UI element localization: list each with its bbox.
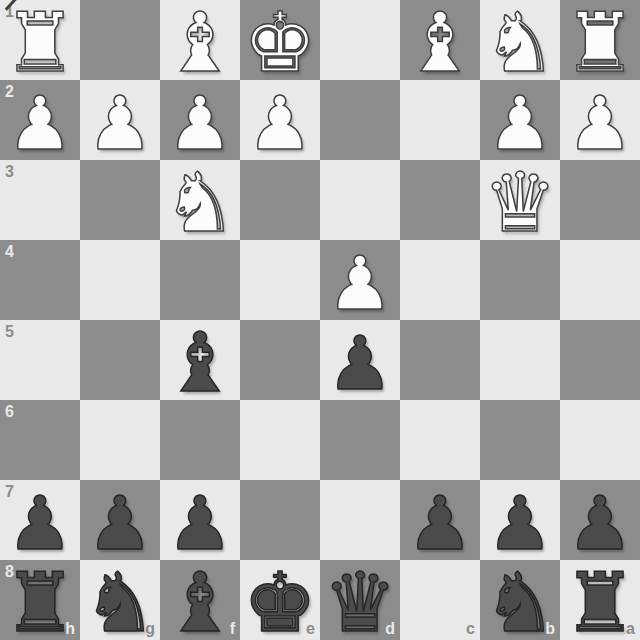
square-h2[interactable]: 2♟ (0, 80, 80, 160)
piece-white-knight[interactable]: ♞ (483, 2, 557, 84)
square-c2[interactable] (400, 80, 480, 160)
square-a4[interactable] (560, 240, 640, 320)
square-d8[interactable]: d♛ (320, 560, 400, 640)
square-b5[interactable] (480, 320, 560, 400)
piece-black-pawn[interactable]: ♟ (327, 326, 393, 400)
square-c1[interactable]: ♝ (400, 0, 480, 80)
square-b8[interactable]: b♞ (480, 560, 560, 640)
rank-label-4: 4 (5, 243, 14, 261)
square-g1[interactable] (80, 0, 160, 80)
square-f8[interactable]: f♝ (160, 560, 240, 640)
piece-white-pawn[interactable]: ♟ (167, 86, 233, 160)
square-e6[interactable] (240, 400, 320, 480)
piece-black-pawn[interactable]: ♟ (487, 486, 553, 560)
square-d2[interactable] (320, 80, 400, 160)
square-a3[interactable] (560, 160, 640, 240)
piece-white-king[interactable]: ♚ (243, 2, 317, 84)
piece-black-knight[interactable]: ♞ (83, 562, 157, 640)
square-f1[interactable]: ♝ (160, 0, 240, 80)
square-a8[interactable]: a♜ (560, 560, 640, 640)
square-b6[interactable] (480, 400, 560, 480)
file-label-c: c (466, 620, 475, 638)
square-a2[interactable]: ♟ (560, 80, 640, 160)
square-c5[interactable] (400, 320, 480, 400)
square-a5[interactable] (560, 320, 640, 400)
square-f2[interactable]: ♟ (160, 80, 240, 160)
piece-black-knight[interactable]: ♞ (483, 562, 557, 640)
square-b7[interactable]: ♟ (480, 480, 560, 560)
square-f5[interactable]: ♝ (160, 320, 240, 400)
square-d4[interactable]: ♟ (320, 240, 400, 320)
square-g4[interactable] (80, 240, 160, 320)
piece-white-queen[interactable]: ♛ (483, 162, 557, 244)
square-f4[interactable] (160, 240, 240, 320)
square-c8[interactable]: c (400, 560, 480, 640)
square-h1[interactable]: 1♜ (0, 0, 80, 80)
square-g8[interactable]: g♞ (80, 560, 160, 640)
square-b4[interactable] (480, 240, 560, 320)
square-a6[interactable] (560, 400, 640, 480)
square-c4[interactable] (400, 240, 480, 320)
square-f6[interactable] (160, 400, 240, 480)
square-e7[interactable] (240, 480, 320, 560)
piece-black-bishop[interactable]: ♝ (163, 562, 237, 640)
square-b2[interactable]: ♟ (480, 80, 560, 160)
square-e1[interactable]: ♚ (240, 0, 320, 80)
piece-white-rook[interactable]: ♜ (3, 2, 77, 84)
square-h8[interactable]: 8h♜ (0, 560, 80, 640)
piece-black-king[interactable]: ♚ (243, 562, 317, 640)
square-c3[interactable] (400, 160, 480, 240)
piece-white-pawn[interactable]: ♟ (567, 86, 633, 160)
square-d7[interactable] (320, 480, 400, 560)
square-e5[interactable] (240, 320, 320, 400)
square-f7[interactable]: ♟ (160, 480, 240, 560)
piece-black-pawn[interactable]: ♟ (407, 486, 473, 560)
piece-black-pawn[interactable]: ♟ (167, 486, 233, 560)
piece-white-pawn[interactable]: ♟ (7, 86, 73, 160)
piece-white-pawn[interactable]: ♟ (87, 86, 153, 160)
piece-white-bishop[interactable]: ♝ (163, 2, 237, 84)
square-g7[interactable]: ♟ (80, 480, 160, 560)
square-g2[interactable]: ♟ (80, 80, 160, 160)
square-b3[interactable]: ♛ (480, 160, 560, 240)
piece-white-knight[interactable]: ♞ (163, 162, 237, 244)
piece-black-rook[interactable]: ♜ (3, 562, 77, 640)
piece-white-pawn[interactable]: ♟ (487, 86, 553, 160)
square-h5[interactable]: 5 (0, 320, 80, 400)
square-a7[interactable]: ♟ (560, 480, 640, 560)
rank-label-6: 6 (5, 403, 14, 421)
piece-white-pawn[interactable]: ♟ (327, 246, 393, 320)
square-h3[interactable]: 3 (0, 160, 80, 240)
square-e4[interactable] (240, 240, 320, 320)
square-c7[interactable]: ♟ (400, 480, 480, 560)
square-e8[interactable]: e♚ (240, 560, 320, 640)
chess-board: 1♜♝♚♝♞♜2♟♟♟♟♟♟3♞♛4♟5♝♟67♟♟♟♟♟♟8h♜g♞f♝e♚d… (0, 0, 640, 640)
square-e2[interactable]: ♟ (240, 80, 320, 160)
square-h6[interactable]: 6 (0, 400, 80, 480)
rank-label-5: 5 (5, 323, 14, 341)
piece-black-rook[interactable]: ♜ (563, 562, 637, 640)
square-c6[interactable] (400, 400, 480, 480)
square-h7[interactable]: 7♟ (0, 480, 80, 560)
piece-black-pawn[interactable]: ♟ (567, 486, 633, 560)
square-g3[interactable] (80, 160, 160, 240)
piece-black-queen[interactable]: ♛ (323, 562, 397, 640)
piece-white-rook[interactable]: ♜ (563, 2, 637, 84)
square-d1[interactable] (320, 0, 400, 80)
square-h4[interactable]: 4 (0, 240, 80, 320)
piece-white-bishop[interactable]: ♝ (403, 2, 477, 84)
square-a1[interactable]: ♜ (560, 0, 640, 80)
square-f3[interactable]: ♞ (160, 160, 240, 240)
piece-black-pawn[interactable]: ♟ (87, 486, 153, 560)
square-d6[interactable] (320, 400, 400, 480)
piece-black-bishop[interactable]: ♝ (163, 322, 237, 404)
square-g6[interactable] (80, 400, 160, 480)
piece-black-pawn[interactable]: ♟ (7, 486, 73, 560)
piece-white-pawn[interactable]: ♟ (247, 86, 313, 160)
square-d3[interactable] (320, 160, 400, 240)
square-e3[interactable] (240, 160, 320, 240)
square-d5[interactable]: ♟ (320, 320, 400, 400)
square-b1[interactable]: ♞ (480, 0, 560, 80)
square-g5[interactable] (80, 320, 160, 400)
